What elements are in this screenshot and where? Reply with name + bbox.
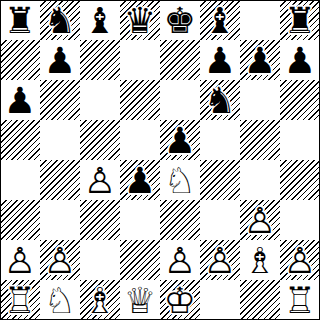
square-g3[interactable]: ♟♙ xyxy=(240,200,280,240)
piece-glyph: ♚ xyxy=(160,0,200,40)
piece-glyph: ♙ xyxy=(40,240,80,280)
square-c8[interactable]: ♝♝ xyxy=(80,0,120,40)
black-pawn: ♟♟ xyxy=(0,80,40,120)
square-d4[interactable]: ♟♟ xyxy=(120,160,160,200)
square-f6[interactable]: ♞♞ xyxy=(200,80,240,120)
square-c4[interactable]: ♟♙ xyxy=(80,160,120,200)
black-pawn: ♟♟ xyxy=(200,40,240,80)
black-bishop: ♝♝ xyxy=(80,0,120,40)
square-e3[interactable] xyxy=(160,200,200,240)
square-g1[interactable] xyxy=(240,280,280,320)
square-c6[interactable] xyxy=(80,80,120,120)
black-pawn: ♟♟ xyxy=(280,40,320,80)
piece-glyph: ♖ xyxy=(0,280,40,320)
square-a6[interactable]: ♟♟ xyxy=(0,80,40,120)
square-a4[interactable] xyxy=(0,160,40,200)
square-g2[interactable]: ♝♗ xyxy=(240,240,280,280)
black-queen: ♛♛ xyxy=(120,0,160,40)
piece-glyph: ♝ xyxy=(80,0,120,40)
piece-glyph: ♗ xyxy=(240,240,280,280)
square-e7[interactable] xyxy=(160,40,200,80)
white-pawn: ♟♙ xyxy=(40,240,80,280)
black-pawn: ♟♟ xyxy=(160,120,200,160)
square-g8[interactable] xyxy=(240,0,280,40)
square-g7[interactable]: ♟♟ xyxy=(240,40,280,80)
piece-glyph: ♟ xyxy=(280,40,320,80)
square-a1[interactable]: ♜♖ xyxy=(0,280,40,320)
black-knight: ♞♞ xyxy=(200,80,240,120)
square-a7[interactable] xyxy=(0,40,40,80)
square-b6[interactable] xyxy=(40,80,80,120)
square-h6[interactable] xyxy=(280,80,320,120)
square-c3[interactable] xyxy=(80,200,120,240)
white-knight: ♞♘ xyxy=(40,280,80,320)
piece-glyph: ♟ xyxy=(160,120,200,160)
square-d3[interactable] xyxy=(120,200,160,240)
white-knight: ♞♘ xyxy=(160,160,200,200)
piece-glyph: ♛ xyxy=(120,0,160,40)
square-h4[interactable] xyxy=(280,160,320,200)
piece-glyph: ♙ xyxy=(280,240,320,280)
white-pawn: ♟♙ xyxy=(200,240,240,280)
square-g5[interactable] xyxy=(240,120,280,160)
piece-glyph: ♙ xyxy=(200,240,240,280)
black-pawn: ♟♟ xyxy=(120,160,160,200)
black-bishop: ♝♝ xyxy=(200,0,240,40)
black-rook: ♜♜ xyxy=(0,0,40,40)
square-a5[interactable] xyxy=(0,120,40,160)
square-e5[interactable]: ♟♟ xyxy=(160,120,200,160)
square-b8[interactable]: ♞♞ xyxy=(40,0,80,40)
square-d7[interactable] xyxy=(120,40,160,80)
square-h2[interactable]: ♟♙ xyxy=(280,240,320,280)
piece-glyph: ♟ xyxy=(240,40,280,80)
piece-glyph: ♔ xyxy=(160,280,200,320)
square-c2[interactable] xyxy=(80,240,120,280)
square-f4[interactable] xyxy=(200,160,240,200)
square-a8[interactable]: ♜♜ xyxy=(0,0,40,40)
piece-glyph: ♘ xyxy=(40,280,80,320)
white-pawn: ♟♙ xyxy=(80,160,120,200)
white-king: ♚♔ xyxy=(160,280,200,320)
piece-glyph: ♖ xyxy=(280,280,320,320)
white-pawn: ♟♙ xyxy=(240,200,280,240)
square-g4[interactable] xyxy=(240,160,280,200)
piece-glyph: ♙ xyxy=(160,240,200,280)
piece-glyph: ♜ xyxy=(280,0,320,40)
piece-glyph: ♜ xyxy=(0,0,40,40)
black-pawn: ♟♟ xyxy=(40,40,80,80)
square-c1[interactable]: ♝♗ xyxy=(80,280,120,320)
square-f2[interactable]: ♟♙ xyxy=(200,240,240,280)
chess-board: ♜♜♞♞♝♝♛♛♚♚♝♝♜♜♟♟♟♟♟♟♟♟♟♟♞♞♟♟♟♙♟♟♞♘♟♙♟♙♟♙… xyxy=(0,0,320,320)
square-e2[interactable]: ♟♙ xyxy=(160,240,200,280)
white-bishop: ♝♗ xyxy=(80,280,120,320)
square-h1[interactable]: ♜♖ xyxy=(280,280,320,320)
square-e4[interactable]: ♞♘ xyxy=(160,160,200,200)
piece-glyph: ♙ xyxy=(0,240,40,280)
white-rook: ♜♖ xyxy=(280,280,320,320)
square-b7[interactable]: ♟♟ xyxy=(40,40,80,80)
square-c7[interactable] xyxy=(80,40,120,80)
piece-glyph: ♟ xyxy=(200,40,240,80)
square-e1[interactable]: ♚♔ xyxy=(160,280,200,320)
white-pawn: ♟♙ xyxy=(0,240,40,280)
square-f3[interactable] xyxy=(200,200,240,240)
square-c5[interactable] xyxy=(80,120,120,160)
square-d8[interactable]: ♛♛ xyxy=(120,0,160,40)
square-h5[interactable] xyxy=(280,120,320,160)
square-d6[interactable] xyxy=(120,80,160,120)
square-b2[interactable]: ♟♙ xyxy=(40,240,80,280)
square-d5[interactable] xyxy=(120,120,160,160)
square-f1[interactable] xyxy=(200,280,240,320)
piece-glyph: ♝ xyxy=(200,0,240,40)
square-h8[interactable]: ♜♜ xyxy=(280,0,320,40)
piece-glyph: ♗ xyxy=(80,280,120,320)
piece-glyph: ♟ xyxy=(120,160,160,200)
white-pawn: ♟♙ xyxy=(160,240,200,280)
piece-glyph: ♟ xyxy=(40,40,80,80)
piece-glyph: ♟ xyxy=(0,80,40,120)
square-e8[interactable]: ♚♚ xyxy=(160,0,200,40)
square-f8[interactable]: ♝♝ xyxy=(200,0,240,40)
square-f5[interactable] xyxy=(200,120,240,160)
piece-glyph: ♘ xyxy=(160,160,200,200)
square-h3[interactable] xyxy=(280,200,320,240)
white-bishop: ♝♗ xyxy=(240,240,280,280)
piece-glyph: ♙ xyxy=(80,160,120,200)
square-b1[interactable]: ♞♘ xyxy=(40,280,80,320)
black-knight: ♞♞ xyxy=(40,0,80,40)
square-d2[interactable] xyxy=(120,240,160,280)
piece-glyph: ♕ xyxy=(120,280,160,320)
square-e6[interactable] xyxy=(160,80,200,120)
piece-glyph: ♙ xyxy=(240,200,280,240)
square-g6[interactable] xyxy=(240,80,280,120)
square-b5[interactable] xyxy=(40,120,80,160)
square-b3[interactable] xyxy=(40,200,80,240)
white-pawn: ♟♙ xyxy=(280,240,320,280)
black-king: ♚♚ xyxy=(160,0,200,40)
black-rook: ♜♜ xyxy=(280,0,320,40)
square-a2[interactable]: ♟♙ xyxy=(0,240,40,280)
square-a3[interactable] xyxy=(0,200,40,240)
square-b4[interactable] xyxy=(40,160,80,200)
square-h7[interactable]: ♟♟ xyxy=(280,40,320,80)
white-rook: ♜♖ xyxy=(0,280,40,320)
piece-glyph: ♞ xyxy=(200,80,240,120)
square-d1[interactable]: ♛♕ xyxy=(120,280,160,320)
white-queen: ♛♕ xyxy=(120,280,160,320)
square-f7[interactable]: ♟♟ xyxy=(200,40,240,80)
piece-glyph: ♞ xyxy=(40,0,80,40)
black-pawn: ♟♟ xyxy=(240,40,280,80)
